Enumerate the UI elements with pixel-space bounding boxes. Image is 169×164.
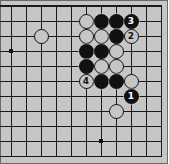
board-intersection: 3	[124, 14, 139, 29]
white-stone[interactable]: 4	[79, 74, 94, 89]
board-intersection: 4	[79, 74, 94, 89]
board-intersection	[94, 59, 109, 74]
black-stone[interactable]	[79, 59, 94, 74]
board-intersection	[79, 59, 94, 74]
move-number-label: 1	[128, 90, 134, 103]
star-point-marker	[9, 49, 13, 53]
white-stone[interactable]	[94, 59, 109, 74]
move-number-label: 3	[128, 15, 134, 28]
black-stone[interactable]	[94, 44, 109, 59]
board-intersection	[34, 29, 49, 44]
board-intersection	[94, 14, 109, 29]
white-stone[interactable]	[109, 104, 124, 119]
white-stone[interactable]	[79, 14, 94, 29]
black-stone[interactable]	[109, 14, 124, 29]
board-intersection	[109, 44, 124, 59]
go-board[interactable]: 3241	[4, 0, 169, 164]
board-intersection	[109, 14, 124, 29]
board-intersection	[109, 74, 124, 89]
white-stone[interactable]	[124, 74, 139, 89]
go-diagram: 3241	[0, 0, 168, 164]
board-intersection	[109, 29, 124, 44]
board-intersection	[124, 74, 139, 89]
black-stone[interactable]: 3	[124, 14, 139, 29]
board-intersection	[94, 29, 109, 44]
white-stone[interactable]	[79, 29, 94, 44]
board-intersection	[79, 14, 94, 29]
board-intersection	[94, 44, 109, 59]
black-stone[interactable]	[109, 74, 124, 89]
board-intersection: 1	[124, 89, 139, 104]
black-stone[interactable]: 1	[124, 89, 139, 104]
move-number-label: 2	[128, 30, 134, 43]
move-number-label: 4	[83, 75, 89, 88]
black-stone[interactable]	[94, 74, 109, 89]
white-stone[interactable]	[34, 29, 49, 44]
board-intersection	[109, 59, 124, 74]
white-stone[interactable]	[94, 29, 109, 44]
white-stone[interactable]: 2	[124, 29, 139, 44]
board-intersection	[94, 74, 109, 89]
black-stone[interactable]	[79, 44, 94, 59]
black-stone[interactable]	[109, 29, 124, 44]
star-point	[94, 134, 109, 149]
star-point	[4, 44, 19, 59]
board-intersection	[79, 44, 94, 59]
board-intersection	[109, 104, 124, 119]
board-intersection: 2	[124, 29, 139, 44]
white-stone[interactable]	[109, 44, 124, 59]
white-stone[interactable]	[109, 59, 124, 74]
star-point-marker	[99, 139, 103, 143]
board-intersection	[79, 29, 94, 44]
black-stone[interactable]	[94, 14, 109, 29]
